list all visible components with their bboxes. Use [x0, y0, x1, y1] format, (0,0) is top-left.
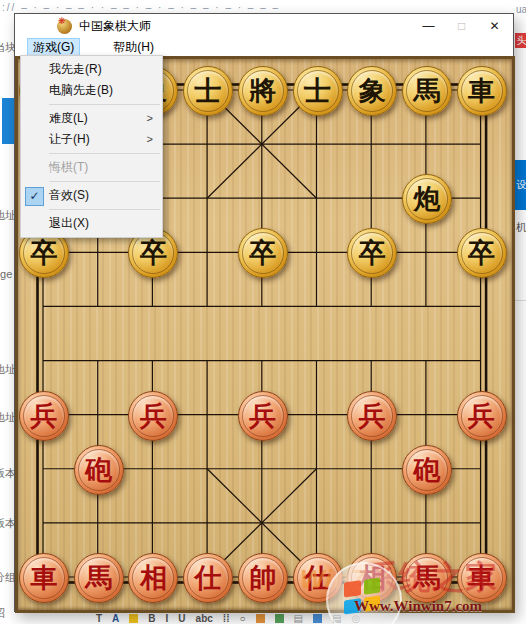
toolbar-icon[interactable]: T	[96, 613, 102, 624]
piece-red-r6c8[interactable]: 兵	[457, 391, 507, 441]
piece-black-r0c5[interactable]: 士	[293, 66, 343, 116]
toolbar-icon[interactable]	[275, 614, 284, 623]
piece-red-r9c8[interactable]: 車	[457, 553, 507, 603]
menu-separator	[49, 209, 160, 210]
background-text-fragment: 招	[0, 606, 5, 621]
toolbar-icon[interactable]	[129, 614, 138, 623]
menu-bar: 游戏(G) 帮助(H)	[15, 39, 513, 56]
toolbar-icon[interactable]	[256, 614, 265, 623]
piece-red-r6c2[interactable]: 兵	[128, 391, 178, 441]
background-right-strip: ua 头 设 机	[515, 0, 526, 624]
menu-item-我先走R[interactable]: 我先走(R)	[21, 59, 162, 80]
toolbar-icon[interactable]: ▤	[332, 613, 341, 624]
checkmark-icon: ✓	[25, 187, 44, 206]
piece-black-r0c4[interactable]: 將	[238, 66, 288, 116]
menu-item-电脑先走B[interactable]: 电脑先走(B)	[21, 80, 162, 101]
url-dots: – · – · – – · · – – · – · – · – – · – · …	[21, 2, 280, 13]
piece-red-r9c3[interactable]: 仕	[183, 553, 233, 603]
piece-red-r7c1[interactable]: 砲	[74, 445, 124, 495]
toolbar-icon[interactable]: I	[166, 613, 169, 624]
toolbar-icon[interactable]: ◎	[351, 613, 360, 624]
background-text-fragment: ua	[516, 4, 526, 15]
piece-black-r3c4[interactable]: 卒	[238, 228, 288, 278]
background-selected-item[interactable]: 设	[515, 160, 526, 210]
toolbar-icon[interactable]: ⁞⁞	[223, 613, 230, 624]
piece-black-r0c6[interactable]: 象	[347, 66, 397, 116]
menu-item-难度L[interactable]: 难度(L)>	[21, 108, 162, 129]
piece-red-r6c6[interactable]: 兵	[347, 391, 397, 441]
toolbar-icon[interactable]: A	[112, 613, 119, 624]
game-menu-dropdown: 我先走(R)电脑先走(B)难度(L)>让子(H)>悔棋(T)音效(S)✓退出(X…	[20, 55, 163, 238]
toolbar-icon[interactable]: ○	[240, 613, 246, 624]
minimize-button[interactable]: —	[412, 14, 445, 39]
submenu-arrow-icon: >	[147, 129, 153, 150]
piece-red-r9c1[interactable]: 馬	[74, 553, 124, 603]
menu-separator	[49, 181, 160, 182]
toolbar-icon[interactable]: ▤	[294, 613, 303, 624]
window-title: 中国象棋大师	[79, 18, 151, 35]
screen: { "game": "xiangqi", "position": "rnbaka…	[0, 0, 526, 624]
menu-item-悔棋T: 悔棋(T)	[21, 157, 162, 178]
menu-item-音效S[interactable]: 音效(S)✓	[21, 185, 162, 206]
red-badge: 头	[515, 33, 526, 48]
piece-black-r0c8[interactable]: 車	[457, 66, 507, 116]
maximize-button: □	[445, 14, 478, 39]
piece-black-r2c7[interactable]: 炮	[402, 174, 452, 224]
piece-red-r6c0[interactable]: 兵	[19, 391, 69, 441]
piece-red-r9c7[interactable]: 馬	[402, 553, 452, 603]
app-icon: ❋	[57, 19, 72, 34]
piece-red-r9c5[interactable]: 仕	[293, 553, 343, 603]
background-text-fragment: oge	[0, 268, 12, 280]
submenu-arrow-icon: >	[147, 108, 153, 129]
menu-separator	[49, 153, 160, 154]
menu-separator	[49, 104, 160, 105]
toolbar-icon[interactable]	[313, 614, 322, 623]
piece-red-r6c4[interactable]: 兵	[238, 391, 288, 441]
piece-red-r9c0[interactable]: 車	[19, 553, 69, 603]
piece-red-r7c7[interactable]: 砲	[402, 445, 452, 495]
close-button[interactable]: ✕	[478, 14, 511, 39]
piece-red-r9c4[interactable]: 帥	[238, 553, 288, 603]
piece-black-r0c7[interactable]: 馬	[402, 66, 452, 116]
menu-item-让子H[interactable]: 让子(H)>	[21, 129, 162, 150]
title-bar[interactable]: ❋ 中国象棋大师 — □ ✕	[15, 14, 513, 39]
menu-item-退出X[interactable]: 退出(X)	[21, 213, 162, 234]
toolbar-icon[interactable]: U	[178, 613, 185, 624]
piece-black-r0c3[interactable]: 士	[183, 66, 233, 116]
background-toolbar: TABIUabc⁞⁞○▤▤◎	[96, 612, 526, 624]
piece-red-r9c6[interactable]: 相	[347, 553, 397, 603]
toolbar-icon[interactable]: B	[148, 613, 155, 624]
toolbar-icon[interactable]: abc	[196, 613, 213, 624]
background-list-item[interactable]: 机	[516, 220, 526, 235]
piece-black-r3c8[interactable]: 卒	[457, 228, 507, 278]
divider	[515, 300, 526, 301]
